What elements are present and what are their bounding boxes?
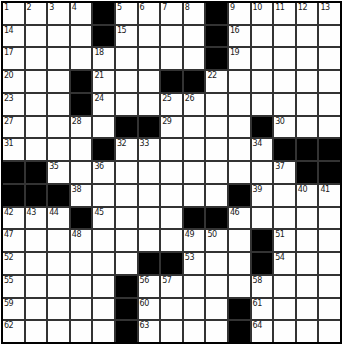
cell-r7c11[interactable] — [229, 139, 250, 160]
clue-number: 43 — [27, 208, 36, 217]
clue-number: 8 — [185, 3, 190, 12]
clue-number: 58 — [253, 276, 262, 285]
cell-r12c13[interactable]: 54 — [274, 253, 295, 274]
cell-r4c6[interactable] — [116, 71, 137, 92]
cell-r10c3[interactable]: 44 — [48, 208, 69, 229]
cell-r13c11[interactable] — [229, 276, 250, 297]
cell-r15c12[interactable]: 64 — [252, 321, 273, 342]
clue-number: 48 — [72, 230, 81, 239]
clue-number: 41 — [320, 185, 329, 194]
black-cell-r10c10 — [206, 208, 227, 229]
cell-r7c4[interactable] — [71, 139, 92, 160]
cell-r11c6[interactable] — [116, 230, 137, 251]
black-cell-r6c12 — [252, 117, 273, 138]
cell-r11c7[interactable] — [139, 230, 160, 251]
clue-number: 11 — [275, 3, 284, 12]
black-cell-r6c7 — [139, 117, 160, 138]
cell-r15c4[interactable] — [71, 321, 92, 342]
cell-r7c7[interactable]: 33 — [139, 139, 160, 160]
black-cell-r9c11 — [229, 185, 250, 206]
cell-r11c9[interactable]: 49 — [184, 230, 205, 251]
black-cell-r14c11 — [229, 299, 250, 320]
cell-r15c9[interactable] — [184, 321, 205, 342]
cell-r2c15[interactable] — [319, 26, 340, 47]
clue-number: 18 — [94, 48, 103, 57]
cell-r15c13[interactable] — [274, 321, 295, 342]
cell-r4c14[interactable] — [297, 71, 318, 92]
black-cell-r8c14 — [297, 162, 318, 183]
cell-r13c5[interactable] — [93, 276, 114, 297]
cell-r8c6[interactable] — [116, 162, 137, 183]
cell-r14c9[interactable] — [184, 299, 205, 320]
cell-r6c13[interactable]: 30 — [274, 117, 295, 138]
black-cell-r4c9 — [184, 71, 205, 92]
clue-number: 38 — [72, 185, 81, 194]
cell-r5c12[interactable] — [252, 94, 273, 115]
clue-number: 33 — [140, 139, 149, 148]
cell-r5c9[interactable]: 26 — [184, 94, 205, 115]
cell-r3c5[interactable]: 18 — [93, 48, 114, 69]
cell-r1c11[interactable]: 9 — [229, 3, 250, 24]
cell-r12c15[interactable] — [319, 253, 340, 274]
cell-r5c13[interactable] — [274, 94, 295, 115]
cell-r8c8[interactable] — [161, 162, 182, 183]
cell-r1c1[interactable]: 1 — [3, 3, 24, 24]
black-cell-r14c6 — [116, 299, 137, 320]
black-cell-r7c13 — [274, 139, 295, 160]
black-cell-r8c2 — [26, 162, 47, 183]
cell-r9c4[interactable]: 38 — [71, 185, 92, 206]
cell-r2c2[interactable] — [26, 26, 47, 47]
cell-r3c2[interactable] — [26, 48, 47, 69]
cell-r11c10[interactable]: 50 — [206, 230, 227, 251]
cell-r1c14[interactable]: 12 — [297, 3, 318, 24]
cell-r13c14[interactable] — [297, 276, 318, 297]
black-cell-r15c11 — [229, 321, 250, 342]
clue-number: 3 — [49, 3, 54, 12]
cell-r1c15[interactable]: 13 — [319, 3, 340, 24]
cell-r6c15[interactable] — [319, 117, 340, 138]
cell-r2c11[interactable]: 16 — [229, 26, 250, 47]
cell-r1c13[interactable]: 11 — [274, 3, 295, 24]
clue-number: 7 — [162, 3, 167, 12]
cell-r3c14[interactable] — [297, 48, 318, 69]
cell-r10c11[interactable]: 46 — [229, 208, 250, 229]
cell-r14c2[interactable] — [26, 299, 47, 320]
black-cell-r12c8 — [161, 253, 182, 274]
cell-r15c7[interactable]: 63 — [139, 321, 160, 342]
clue-number: 57 — [162, 276, 171, 285]
cell-r11c3[interactable] — [48, 230, 69, 251]
cell-r13c2[interactable] — [26, 276, 47, 297]
cell-r4c12[interactable] — [252, 71, 273, 92]
clue-number: 46 — [230, 208, 239, 217]
cell-r2c6[interactable]: 15 — [116, 26, 137, 47]
cell-r6c11[interactable] — [229, 117, 250, 138]
cell-r12c4[interactable] — [71, 253, 92, 274]
cell-r14c15[interactable] — [319, 299, 340, 320]
clue-number: 9 — [230, 3, 235, 12]
cell-r5c1[interactable]: 23 — [3, 94, 24, 115]
clue-number: 29 — [162, 117, 171, 126]
cell-r8c9[interactable] — [184, 162, 205, 183]
cell-r5c15[interactable] — [319, 94, 340, 115]
cell-r5c7[interactable] — [139, 94, 160, 115]
cell-r5c3[interactable] — [48, 94, 69, 115]
cell-r15c15[interactable] — [319, 321, 340, 342]
cell-r14c5[interactable] — [93, 299, 114, 320]
cell-r3c11[interactable]: 19 — [229, 48, 250, 69]
cell-r8c7[interactable] — [139, 162, 160, 183]
black-cell-r15c6 — [116, 321, 137, 342]
cell-r8c13[interactable]: 37 — [274, 162, 295, 183]
cell-r15c1[interactable]: 62 — [3, 321, 24, 342]
clue-number: 47 — [4, 230, 13, 239]
cell-r1c9[interactable]: 8 — [184, 3, 205, 24]
clue-number: 35 — [49, 162, 58, 171]
cell-r14c8[interactable] — [161, 299, 182, 320]
black-cell-r10c4 — [71, 208, 92, 229]
cell-r2c1[interactable]: 14 — [3, 26, 24, 47]
cell-r4c3[interactable] — [48, 71, 69, 92]
cell-r2c9[interactable] — [184, 26, 205, 47]
cell-r15c2[interactable] — [26, 321, 47, 342]
black-cell-r7c5 — [93, 139, 114, 160]
cell-r1c3[interactable]: 3 — [48, 3, 69, 24]
cell-r5c14[interactable] — [297, 94, 318, 115]
black-cell-r9c1 — [3, 185, 24, 206]
black-cell-r4c4 — [71, 71, 92, 92]
cell-r2c4[interactable] — [71, 26, 92, 47]
cell-r15c3[interactable] — [48, 321, 69, 342]
cell-r15c8[interactable] — [161, 321, 182, 342]
cell-r3c12[interactable] — [252, 48, 273, 69]
cell-r13c12[interactable]: 58 — [252, 276, 273, 297]
cell-r14c13[interactable] — [274, 299, 295, 320]
cell-r3c13[interactable] — [274, 48, 295, 69]
clue-number: 51 — [275, 230, 284, 239]
clue-number: 10 — [253, 3, 262, 12]
clue-number: 24 — [94, 94, 103, 103]
clue-number: 20 — [4, 71, 13, 80]
crossword-page: 1234567891011121314151617181920212223242… — [0, 0, 343, 345]
cell-r14c3[interactable] — [48, 299, 69, 320]
clue-number: 16 — [230, 26, 239, 35]
cell-r12c1[interactable]: 52 — [3, 253, 24, 274]
cell-r12c6[interactable] — [116, 253, 137, 274]
black-cell-r2c5 — [93, 26, 114, 47]
cell-r11c11[interactable] — [229, 230, 250, 251]
cell-r14c4[interactable] — [71, 299, 92, 320]
cell-r10c14[interactable] — [297, 208, 318, 229]
clue-number: 2 — [27, 3, 32, 12]
clue-number: 30 — [275, 117, 284, 126]
cell-r10c7[interactable] — [139, 208, 160, 229]
black-cell-r5c4 — [71, 94, 92, 115]
cell-r6c1[interactable]: 27 — [3, 117, 24, 138]
cell-r8c12[interactable] — [252, 162, 273, 183]
black-cell-r3c10 — [206, 48, 227, 69]
cell-r6c4[interactable]: 28 — [71, 117, 92, 138]
cell-r9c14[interactable]: 40 — [297, 185, 318, 206]
clue-number: 56 — [140, 276, 149, 285]
cell-r7c9[interactable] — [184, 139, 205, 160]
clue-number: 55 — [4, 276, 13, 285]
cell-r11c8[interactable] — [161, 230, 182, 251]
cell-r14c10[interactable] — [206, 299, 227, 320]
clue-number: 12 — [298, 3, 307, 12]
cell-r11c5[interactable] — [93, 230, 114, 251]
clue-number: 14 — [4, 26, 13, 35]
cell-r1c12[interactable]: 10 — [252, 3, 273, 24]
clue-number: 21 — [94, 71, 103, 80]
clue-number: 53 — [185, 253, 194, 262]
cell-r10c15[interactable] — [319, 208, 340, 229]
clue-number: 4 — [72, 3, 77, 12]
black-cell-r8c1 — [3, 162, 24, 183]
cell-r9c13[interactable] — [274, 185, 295, 206]
clue-number: 49 — [185, 230, 194, 239]
black-cell-r9c2 — [26, 185, 47, 206]
black-cell-r11c12 — [252, 230, 273, 251]
cell-r13c13[interactable] — [274, 276, 295, 297]
cell-r5c11[interactable] — [229, 94, 250, 115]
cell-r8c4[interactable] — [71, 162, 92, 183]
cell-r11c2[interactable] — [26, 230, 47, 251]
cell-r5c6[interactable] — [116, 94, 137, 115]
clue-number: 52 — [4, 253, 13, 262]
cell-r11c1[interactable]: 47 — [3, 230, 24, 251]
cell-r3c15[interactable] — [319, 48, 340, 69]
black-cell-r7c14 — [297, 139, 318, 160]
cell-r11c13[interactable]: 51 — [274, 230, 295, 251]
cell-r15c10[interactable] — [206, 321, 227, 342]
cell-r11c4[interactable]: 48 — [71, 230, 92, 251]
cell-r13c7[interactable]: 56 — [139, 276, 160, 297]
cell-r10c12[interactable] — [252, 208, 273, 229]
black-cell-r6c6 — [116, 117, 137, 138]
clue-number: 37 — [275, 162, 284, 171]
cell-r10c6[interactable] — [116, 208, 137, 229]
cell-r9c7[interactable] — [139, 185, 160, 206]
black-cell-r9c3 — [48, 185, 69, 206]
clue-number: 62 — [4, 321, 13, 330]
cell-r2c7[interactable] — [139, 26, 160, 47]
cell-r5c8[interactable]: 25 — [161, 94, 182, 115]
cell-r10c1[interactable]: 42 — [3, 208, 24, 229]
cell-r14c1[interactable]: 59 — [3, 299, 24, 320]
clue-number: 60 — [140, 299, 149, 308]
clue-number: 27 — [4, 117, 13, 126]
cell-r9c5[interactable] — [93, 185, 114, 206]
clue-number: 22 — [207, 71, 216, 80]
cell-r14c7[interactable]: 60 — [139, 299, 160, 320]
cell-r6c5[interactable] — [93, 117, 114, 138]
cell-r6c2[interactable] — [26, 117, 47, 138]
cell-r12c2[interactable] — [26, 253, 47, 274]
clue-number: 45 — [94, 208, 103, 217]
cell-r9c6[interactable] — [116, 185, 137, 206]
clue-number: 17 — [4, 48, 13, 57]
black-cell-r2c10 — [206, 26, 227, 47]
cell-r3c4[interactable] — [71, 48, 92, 69]
cell-r7c12[interactable]: 34 — [252, 139, 273, 160]
cell-r9c8[interactable] — [161, 185, 182, 206]
cell-r1c8[interactable]: 7 — [161, 3, 182, 24]
cell-r12c10[interactable] — [206, 253, 227, 274]
cell-r4c7[interactable] — [139, 71, 160, 92]
clue-number: 59 — [4, 299, 13, 308]
cell-r7c2[interactable] — [26, 139, 47, 160]
cell-r3c8[interactable] — [161, 48, 182, 69]
cell-r8c10[interactable] — [206, 162, 227, 183]
cell-r2c8[interactable] — [161, 26, 182, 47]
cell-r10c8[interactable] — [161, 208, 182, 229]
clue-number: 63 — [140, 321, 149, 330]
cell-r9c9[interactable] — [184, 185, 205, 206]
clue-number: 54 — [275, 253, 284, 262]
cell-r4c5[interactable]: 21 — [93, 71, 114, 92]
cell-r2c12[interactable] — [252, 26, 273, 47]
clue-number: 19 — [230, 48, 239, 57]
cell-r3c1[interactable]: 17 — [3, 48, 24, 69]
cell-r3c7[interactable] — [139, 48, 160, 69]
cell-r1c7[interactable]: 6 — [139, 3, 160, 24]
cell-r1c6[interactable]: 5 — [116, 3, 137, 24]
cell-r8c3[interactable]: 35 — [48, 162, 69, 183]
clue-number: 15 — [117, 26, 126, 35]
cell-r9c10[interactable] — [206, 185, 227, 206]
clue-number: 28 — [72, 117, 81, 126]
cell-r12c3[interactable] — [48, 253, 69, 274]
cell-r7c1[interactable]: 31 — [3, 139, 24, 160]
cell-r4c15[interactable] — [319, 71, 340, 92]
cell-r5c2[interactable] — [26, 94, 47, 115]
clue-number: 32 — [117, 139, 126, 148]
cell-r10c2[interactable]: 43 — [26, 208, 47, 229]
cell-r12c9[interactable]: 53 — [184, 253, 205, 274]
cell-r12c14[interactable] — [297, 253, 318, 274]
clue-number: 23 — [4, 94, 13, 103]
black-cell-r1c5 — [93, 3, 114, 24]
clue-number: 39 — [253, 185, 262, 194]
cell-r13c3[interactable] — [48, 276, 69, 297]
cell-r9c15[interactable]: 41 — [319, 185, 340, 206]
cell-r8c5[interactable]: 36 — [93, 162, 114, 183]
cell-r2c14[interactable] — [297, 26, 318, 47]
clue-number: 50 — [207, 230, 216, 239]
clue-number: 26 — [185, 94, 194, 103]
cell-r15c14[interactable] — [297, 321, 318, 342]
cell-r4c11[interactable] — [229, 71, 250, 92]
cell-r11c14[interactable] — [297, 230, 318, 251]
clue-number: 34 — [253, 139, 262, 148]
black-cell-r4c8 — [161, 71, 182, 92]
cell-r4c13[interactable] — [274, 71, 295, 92]
cell-r12c11[interactable] — [229, 253, 250, 274]
cell-r6c8[interactable]: 29 — [161, 117, 182, 138]
cell-r6c3[interactable] — [48, 117, 69, 138]
cell-r8c11[interactable] — [229, 162, 250, 183]
cell-r12c5[interactable] — [93, 253, 114, 274]
cell-r1c4[interactable]: 4 — [71, 3, 92, 24]
crossword-grid: 1234567891011121314151617181920212223242… — [1, 1, 342, 344]
cell-r13c9[interactable] — [184, 276, 205, 297]
cell-r10c13[interactable] — [274, 208, 295, 229]
cell-r3c9[interactable] — [184, 48, 205, 69]
black-cell-r12c12 — [252, 253, 273, 274]
cell-r6c14[interactable] — [297, 117, 318, 138]
black-cell-r1c10 — [206, 3, 227, 24]
cell-r14c14[interactable] — [297, 299, 318, 320]
cell-r10c5[interactable]: 45 — [93, 208, 114, 229]
cell-r6c10[interactable] — [206, 117, 227, 138]
cell-r4c1[interactable]: 20 — [3, 71, 24, 92]
black-cell-r8c15 — [319, 162, 340, 183]
clue-number: 5 — [117, 3, 122, 12]
cell-r14c12[interactable]: 61 — [252, 299, 273, 320]
cell-r7c8[interactable] — [161, 139, 182, 160]
cell-r5c5[interactable]: 24 — [93, 94, 114, 115]
cell-r11c15[interactable] — [319, 230, 340, 251]
clue-number: 42 — [4, 208, 13, 217]
cell-r7c3[interactable] — [48, 139, 69, 160]
cell-r9c12[interactable]: 39 — [252, 185, 273, 206]
clue-number: 25 — [162, 94, 171, 103]
cell-r7c10[interactable] — [206, 139, 227, 160]
cell-r3c6[interactable] — [116, 48, 137, 69]
cell-r1c2[interactable]: 2 — [26, 3, 47, 24]
black-cell-r12c7 — [139, 253, 160, 274]
cell-r4c10[interactable]: 22 — [206, 71, 227, 92]
clue-number: 31 — [4, 139, 13, 148]
black-cell-r10c9 — [184, 208, 205, 229]
cell-r13c15[interactable] — [319, 276, 340, 297]
clue-number: 44 — [49, 208, 58, 217]
cell-r2c3[interactable] — [48, 26, 69, 47]
cell-r2c13[interactable] — [274, 26, 295, 47]
cell-r6c9[interactable] — [184, 117, 205, 138]
cell-r7c6[interactable]: 32 — [116, 139, 137, 160]
cell-r13c8[interactable]: 57 — [161, 276, 182, 297]
cell-r15c5[interactable] — [93, 321, 114, 342]
clue-number: 64 — [253, 321, 262, 330]
cell-r13c1[interactable]: 55 — [3, 276, 24, 297]
cell-r13c4[interactable] — [71, 276, 92, 297]
clue-number: 6 — [140, 3, 145, 12]
clue-number: 40 — [298, 185, 307, 194]
cell-r4c2[interactable] — [26, 71, 47, 92]
clue-number: 36 — [94, 162, 103, 171]
clue-number: 1 — [4, 3, 9, 12]
cell-r13c10[interactable] — [206, 276, 227, 297]
cell-r3c3[interactable] — [48, 48, 69, 69]
clue-number: 13 — [320, 3, 329, 12]
cell-r5c10[interactable] — [206, 94, 227, 115]
black-cell-r13c6 — [116, 276, 137, 297]
clue-number: 61 — [253, 299, 262, 308]
black-cell-r7c15 — [319, 139, 340, 160]
